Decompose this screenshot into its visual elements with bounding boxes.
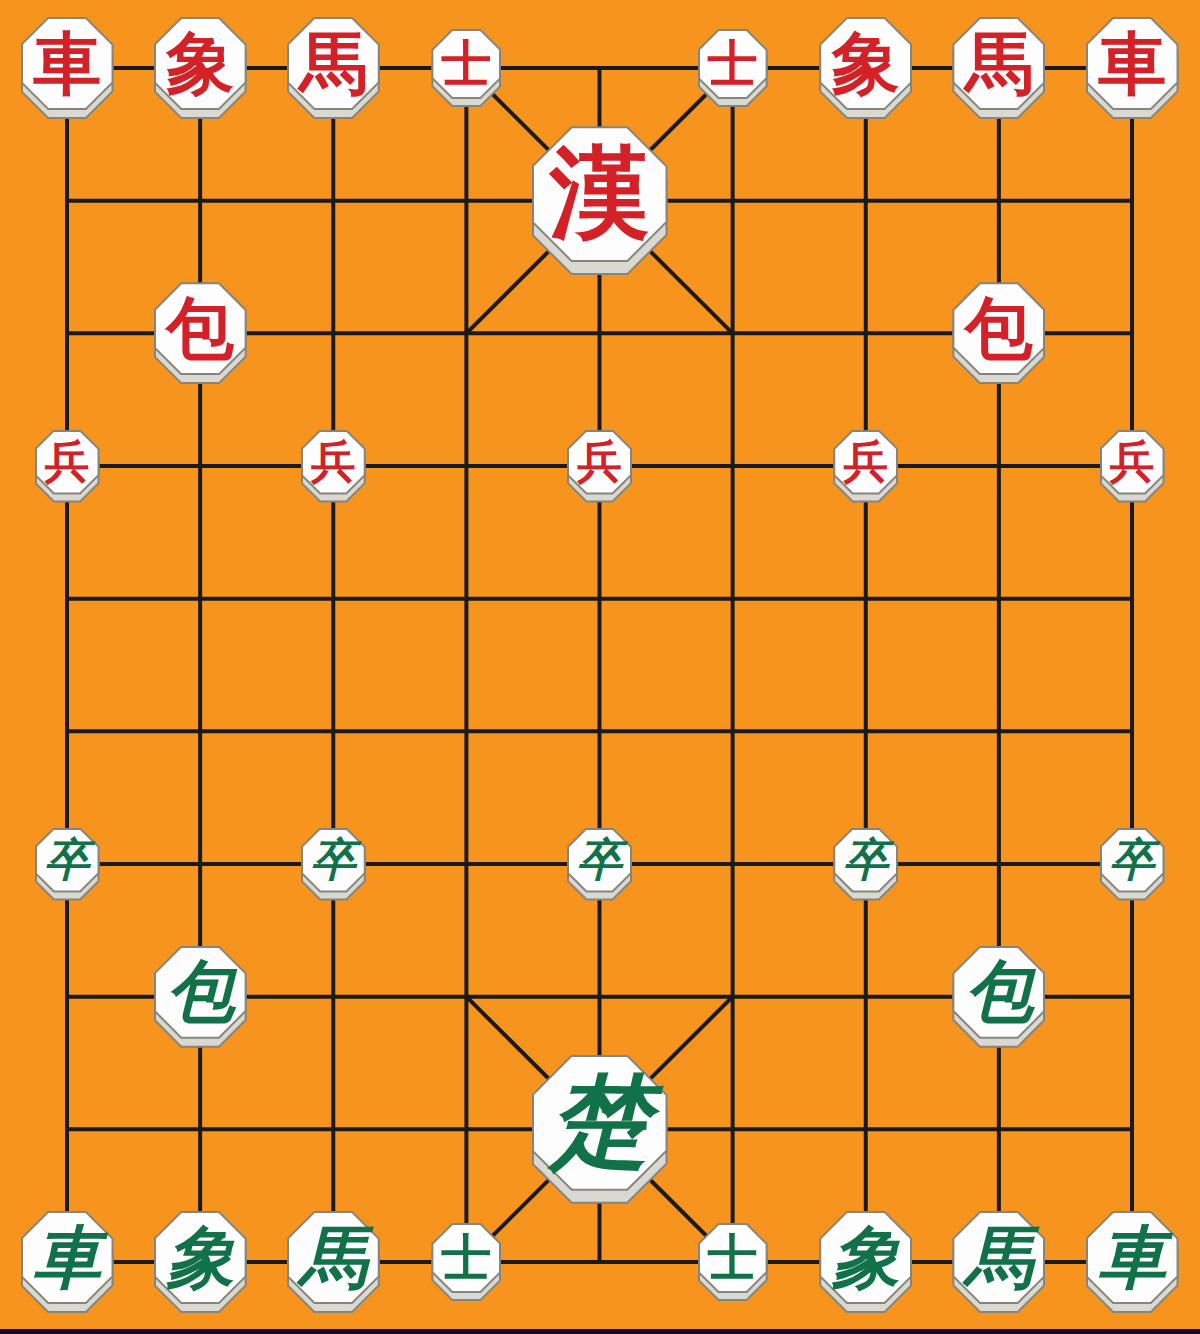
piece-han-horse[interactable]: 馬 bbox=[952, 17, 1045, 119]
han-horse-glyph: 馬 bbox=[289, 19, 378, 108]
piece-han-guard[interactable]: 士 bbox=[431, 29, 501, 107]
han-elephant-glyph: 象 bbox=[156, 19, 245, 108]
cho-soldier-glyph: 卒 bbox=[835, 830, 896, 891]
piece-cho-soldier[interactable]: 卒 bbox=[833, 828, 898, 901]
piece-han-chariot[interactable]: 車 bbox=[1086, 17, 1179, 119]
cho-guard-glyph: 士 bbox=[433, 1225, 499, 1291]
piece-cho-king[interactable]: 楚 bbox=[532, 1055, 668, 1204]
piece-han-elephant[interactable]: 象 bbox=[819, 17, 912, 119]
cho-king-glyph: 楚 bbox=[534, 1057, 666, 1189]
han-soldier-glyph: 兵 bbox=[569, 432, 630, 493]
cho-soldier-glyph: 卒 bbox=[569, 830, 630, 891]
han-soldier-glyph: 兵 bbox=[303, 432, 364, 493]
han-chariot-glyph: 車 bbox=[23, 19, 112, 108]
piece-han-elephant[interactable]: 象 bbox=[154, 17, 247, 119]
han-soldier-glyph: 兵 bbox=[835, 432, 896, 493]
piece-cho-guard[interactable]: 士 bbox=[698, 1223, 768, 1301]
piece-cho-cannon[interactable]: 包 bbox=[952, 946, 1045, 1048]
cho-elephant-glyph: 象 bbox=[156, 1213, 245, 1302]
cho-soldier-glyph: 卒 bbox=[303, 830, 364, 891]
piece-han-king[interactable]: 漢 bbox=[532, 126, 668, 275]
cho-horse-glyph: 馬 bbox=[289, 1213, 378, 1302]
han-chariot-glyph: 車 bbox=[1088, 19, 1177, 108]
han-guard-glyph: 士 bbox=[433, 31, 499, 97]
piece-han-soldier[interactable]: 兵 bbox=[35, 430, 100, 503]
han-horse-glyph: 馬 bbox=[954, 19, 1043, 108]
piece-cho-cannon[interactable]: 包 bbox=[154, 946, 247, 1048]
han-guard-glyph: 士 bbox=[700, 31, 766, 97]
bottom-border-line bbox=[0, 1329, 1200, 1334]
piece-cho-soldier[interactable]: 卒 bbox=[301, 828, 366, 901]
cho-soldier-glyph: 卒 bbox=[1102, 830, 1163, 891]
piece-han-soldier[interactable]: 兵 bbox=[1100, 430, 1165, 503]
piece-cho-horse[interactable]: 馬 bbox=[287, 1211, 380, 1313]
han-soldier-glyph: 兵 bbox=[37, 432, 98, 493]
han-cannon-glyph: 包 bbox=[954, 284, 1043, 373]
piece-han-soldier[interactable]: 兵 bbox=[301, 430, 366, 503]
cho-cannon-glyph: 包 bbox=[156, 948, 245, 1037]
piece-cho-soldier[interactable]: 卒 bbox=[1100, 828, 1165, 901]
piece-cho-soldier[interactable]: 卒 bbox=[567, 828, 632, 901]
piece-cho-guard[interactable]: 士 bbox=[431, 1223, 501, 1301]
cho-chariot-glyph: 車 bbox=[23, 1213, 112, 1302]
piece-cho-elephant[interactable]: 象 bbox=[154, 1211, 247, 1313]
piece-han-soldier[interactable]: 兵 bbox=[833, 430, 898, 503]
piece-cho-horse[interactable]: 馬 bbox=[952, 1211, 1045, 1313]
cho-horse-glyph: 馬 bbox=[954, 1213, 1043, 1302]
cho-elephant-glyph: 象 bbox=[821, 1213, 910, 1302]
piece-han-chariot[interactable]: 車 bbox=[21, 17, 114, 119]
han-cannon-glyph: 包 bbox=[156, 284, 245, 373]
piece-han-cannon[interactable]: 包 bbox=[952, 282, 1045, 384]
han-king-glyph: 漢 bbox=[534, 128, 666, 260]
cho-chariot-glyph: 車 bbox=[1088, 1213, 1177, 1302]
cho-soldier-glyph: 卒 bbox=[37, 830, 98, 891]
piece-cho-elephant[interactable]: 象 bbox=[819, 1211, 912, 1313]
han-elephant-glyph: 象 bbox=[821, 19, 910, 108]
piece-cho-soldier[interactable]: 卒 bbox=[35, 828, 100, 901]
cho-cannon-glyph: 包 bbox=[954, 948, 1043, 1037]
piece-han-cannon[interactable]: 包 bbox=[154, 282, 247, 384]
piece-han-guard[interactable]: 士 bbox=[698, 29, 768, 107]
piece-cho-chariot[interactable]: 車 bbox=[21, 1211, 114, 1313]
cho-guard-glyph: 士 bbox=[700, 1225, 766, 1291]
han-soldier-glyph: 兵 bbox=[1102, 432, 1163, 493]
janggi-board: 車象馬士士象馬車漢包包兵兵兵兵兵卒卒卒卒卒包包楚車象馬士士象馬車 bbox=[0, 0, 1200, 1334]
piece-cho-chariot[interactable]: 車 bbox=[1086, 1211, 1179, 1313]
piece-han-horse[interactable]: 馬 bbox=[287, 17, 380, 119]
piece-han-soldier[interactable]: 兵 bbox=[567, 430, 632, 503]
